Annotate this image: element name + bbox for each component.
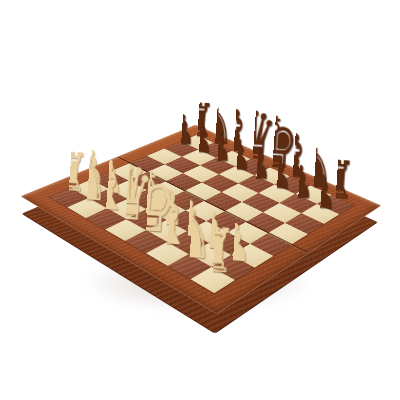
square-h1: ♜ (191, 267, 235, 293)
square-h7: ♟ (301, 204, 339, 224)
black-pawn-h7: ♟ (320, 169, 364, 217)
white-rook-h1: ♜ (212, 220, 271, 284)
chess-set-photo: ♜♞♝♛♚♝♞♜♟♟♟♟♟♟♟♟♟♟♟♟♟♟♟♟♜♞♝♛♚♝♞♜ (0, 0, 400, 400)
